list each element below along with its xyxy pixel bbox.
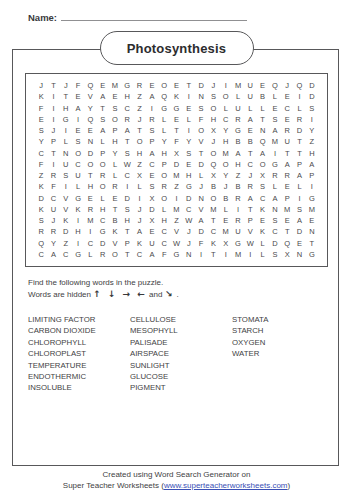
grid-cell: M xyxy=(220,148,232,159)
grid-cell: L xyxy=(269,181,281,192)
grid-cell: O xyxy=(84,159,96,170)
grid-cell: O xyxy=(207,193,219,204)
title-bubble: Photosynthesis xyxy=(100,31,254,65)
grid-cell: G xyxy=(232,125,244,136)
grid-cell: S xyxy=(293,204,305,215)
grid-cell: C xyxy=(207,226,219,237)
grid-cell: P xyxy=(146,136,158,147)
grid-cell: T xyxy=(306,238,318,249)
grid-cell: V xyxy=(170,226,182,237)
grid-cell: Z xyxy=(232,170,244,181)
grid-cell: D xyxy=(195,80,207,91)
grid-cell: J xyxy=(133,215,145,226)
grid-cell: T xyxy=(183,80,195,91)
grid-cell: T xyxy=(47,80,59,91)
grid-cell: L xyxy=(158,114,170,125)
grid-cell: L xyxy=(84,249,96,260)
grid-cell: D xyxy=(293,125,305,136)
word-item: AIRSPACE xyxy=(130,348,232,359)
footer-line2: Super Teacher Worksheets (www.superteach… xyxy=(0,480,353,491)
grid-cell: B xyxy=(207,181,219,192)
grid-cell: A xyxy=(244,193,256,204)
grid-cell: G xyxy=(170,103,182,114)
grid-cell: C xyxy=(281,103,293,114)
grid-cell: Q xyxy=(269,80,281,91)
grid-cell: K xyxy=(35,181,47,192)
grid-cell: M xyxy=(269,136,281,147)
grid-cell: S xyxy=(121,148,133,159)
grid-cell: Q xyxy=(84,114,96,125)
word-item: PALISADE xyxy=(130,337,232,348)
grid-cell: Z xyxy=(306,136,318,147)
grid-cell: P xyxy=(158,159,170,170)
grid-cell: N xyxy=(256,125,268,136)
grid-cell: I xyxy=(72,215,84,226)
grid-cell: Q xyxy=(256,136,268,147)
grid-cell: C xyxy=(60,249,72,260)
grid-cell: D xyxy=(97,238,109,249)
grid-cell: F xyxy=(195,238,207,249)
instructions-line1: Find the following words in the puzzle. xyxy=(28,277,179,289)
grid-cell: A xyxy=(121,125,133,136)
grid-cell: E xyxy=(146,226,158,237)
grid-cell: Q xyxy=(281,238,293,249)
grid-cell: N xyxy=(269,204,281,215)
grid-cell: L xyxy=(195,170,207,181)
grid-cell: I xyxy=(195,249,207,260)
grid-cell: I xyxy=(47,114,59,125)
grid-cell: V xyxy=(195,136,207,147)
grid-cell: I xyxy=(133,193,145,204)
grid-cell: L xyxy=(97,193,109,204)
grid-cell: C xyxy=(72,159,84,170)
grid-cell: L xyxy=(256,103,268,114)
grid-cell: H xyxy=(306,148,318,159)
grid-cell: Z xyxy=(170,215,182,226)
grid-cell: R xyxy=(281,170,293,181)
grid-cell: A xyxy=(146,148,158,159)
grid-cell: T xyxy=(170,125,182,136)
grid-cell: D xyxy=(306,91,318,102)
grid-cell: S xyxy=(72,136,84,147)
instructions: Find the following words in the puzzle. … xyxy=(28,277,179,300)
grid-cell: Q xyxy=(293,80,305,91)
grid-cell: K xyxy=(207,238,219,249)
grid-cell: U xyxy=(232,226,244,237)
grid-cell: V xyxy=(84,91,96,102)
grid-cell: L xyxy=(269,91,281,102)
grid-cell: H xyxy=(183,170,195,181)
grid-cell: H xyxy=(207,114,219,125)
grid-cell: U xyxy=(281,136,293,147)
grid-cell: E xyxy=(170,114,182,125)
grid-cell: T xyxy=(293,148,305,159)
grid-cell: B xyxy=(244,136,256,147)
grid-cell: D xyxy=(195,159,207,170)
grid-cell: A xyxy=(146,91,158,102)
grid-cell: B xyxy=(256,91,268,102)
grid-cell: O xyxy=(220,91,232,102)
grid-cell: Q xyxy=(207,159,219,170)
word-item: CHLOROPLAST xyxy=(28,348,130,359)
grid-cell: J xyxy=(244,170,256,181)
grid-cell: L xyxy=(220,204,232,215)
grid-cell: F xyxy=(35,103,47,114)
grid-cell: C xyxy=(146,159,158,170)
grid-cell: S xyxy=(146,125,158,136)
grid-cell: P xyxy=(47,136,59,147)
grid-cell: Y xyxy=(220,125,232,136)
grid-cell: F xyxy=(72,80,84,91)
grid-cell: L xyxy=(293,103,305,114)
grid-cell: G xyxy=(72,249,84,260)
grid-cell: N xyxy=(195,193,207,204)
grid-cell: P xyxy=(121,238,133,249)
grid-cell: K xyxy=(133,238,145,249)
footer-line1: Created using Word Search Generator on xyxy=(0,469,353,480)
grid-cell: D xyxy=(293,226,305,237)
grid-cell: G xyxy=(306,193,318,204)
grid-cell: L xyxy=(109,170,121,181)
grid-cell: A xyxy=(306,159,318,170)
grid-cell: E xyxy=(256,80,268,91)
grid-cell: Y xyxy=(35,136,47,147)
grid-cell: Z xyxy=(170,181,182,192)
grid-cell: I xyxy=(220,249,232,260)
grid-cell: J xyxy=(220,181,232,192)
grid-cell: X xyxy=(281,249,293,260)
grid-cell: M xyxy=(306,204,318,215)
grid-cell: T xyxy=(97,103,109,114)
grid-cell: E xyxy=(146,170,158,181)
instructions-line2: Words are hidden ↑ ↓ → ← and ↘ . xyxy=(28,289,179,301)
grid-cell: E xyxy=(281,91,293,102)
grid-cell: E xyxy=(183,159,195,170)
grid-cell: R xyxy=(244,181,256,192)
grid-cell: D xyxy=(183,193,195,204)
grid-cell: I xyxy=(146,103,158,114)
grid-cell: A xyxy=(269,125,281,136)
grid-cell: R xyxy=(121,114,133,125)
grid-cell: Q xyxy=(158,91,170,102)
grid-cell: R xyxy=(47,170,59,181)
grid-cell: G xyxy=(72,193,84,204)
grid-cell: H xyxy=(220,136,232,147)
grid-cell: A xyxy=(281,159,293,170)
grid-cell: C xyxy=(47,193,59,204)
grid-cell: K xyxy=(35,204,47,215)
grid-cell: E xyxy=(220,215,232,226)
grid-cell: D xyxy=(195,226,207,237)
grid-cell: Y xyxy=(158,136,170,147)
grid-cell: N xyxy=(183,249,195,260)
grid-cell: U xyxy=(60,159,72,170)
grid-cell: R xyxy=(97,170,109,181)
grid-cell: I xyxy=(244,249,256,260)
word-list: LIMITING FACTORCARBON DIOXIDECHLOROPHYLL… xyxy=(28,314,333,394)
grid-cell: I xyxy=(269,148,281,159)
word-item: GLUCOSE xyxy=(130,371,232,382)
footer-link[interactable]: www.superteacherworksheets.com xyxy=(164,481,288,490)
grid-cell: A xyxy=(97,91,109,102)
grid-cell: L xyxy=(133,181,145,192)
grid-cell: K xyxy=(109,226,121,237)
name-label: Name: xyxy=(28,12,57,23)
grid-cell: I xyxy=(60,181,72,192)
grid-cell: O xyxy=(207,103,219,114)
grid-cell: N xyxy=(84,136,96,147)
grid-cell: R xyxy=(35,226,47,237)
grid-cell: K xyxy=(60,215,72,226)
grid-cell: J xyxy=(207,80,219,91)
grid-cell: F xyxy=(170,136,182,147)
grid-cell: E xyxy=(269,103,281,114)
grid-cell: H xyxy=(121,215,133,226)
grid-cell: G xyxy=(306,249,318,260)
grid-cell: A xyxy=(293,170,305,181)
grid-cell: L xyxy=(256,249,268,260)
grid-cell: S xyxy=(35,215,47,226)
grid-cell: R xyxy=(158,181,170,192)
grid-cell: X xyxy=(133,170,145,181)
grid-cell: I xyxy=(72,114,84,125)
grid-cell: O xyxy=(220,159,232,170)
grid-cell: G xyxy=(60,114,72,125)
grid-cell: H xyxy=(158,148,170,159)
grid-cell: N xyxy=(60,148,72,159)
grid-cell: R xyxy=(293,114,305,125)
grid-cell: K xyxy=(35,91,47,102)
grid-cell: L xyxy=(232,91,244,102)
grid-cell: M xyxy=(281,204,293,215)
grid-cell: I xyxy=(306,181,318,192)
grid-cell: J xyxy=(281,80,293,91)
grid-cell: E xyxy=(84,193,96,204)
grid-cell: M xyxy=(109,80,121,91)
grid-cell: O xyxy=(158,170,170,181)
word-column: CELLULOSEMESOPHYLLPALISADEAIRSPACESUNLIG… xyxy=(130,314,232,394)
grid-cell: M xyxy=(232,249,244,260)
word-item: PIGMENT xyxy=(130,382,232,393)
grid-cell: A xyxy=(244,114,256,125)
grid-cell: O xyxy=(207,148,219,159)
grid-cell: L xyxy=(60,136,72,147)
diagonal-arrow-icon: ↘ xyxy=(165,289,175,299)
grid-cell: L xyxy=(97,136,109,147)
grid-cell: E xyxy=(244,125,256,136)
grid-cell: F xyxy=(158,249,170,260)
grid-cell: V xyxy=(60,204,72,215)
grid-cell: U xyxy=(244,80,256,91)
grid-cell: I xyxy=(121,181,133,192)
grid-cell: R xyxy=(269,170,281,181)
word-item: SUNLIGHT xyxy=(130,360,232,371)
grid-cell: E xyxy=(109,91,121,102)
grid-cell: P xyxy=(281,193,293,204)
grid-cell: I xyxy=(293,193,305,204)
grid-cell: M xyxy=(84,215,96,226)
grid-cell: E xyxy=(72,125,84,136)
grid-cell: H xyxy=(109,136,121,147)
grid-cell: N xyxy=(306,226,318,237)
grid-cell: L xyxy=(158,204,170,215)
grid-cell: O xyxy=(109,249,121,260)
grid-cell: K xyxy=(170,91,182,102)
grid-cell: S xyxy=(35,125,47,136)
grid-cell: T xyxy=(60,91,72,102)
grid-cell: D xyxy=(35,193,47,204)
word-item: INSOLUBLE xyxy=(28,382,130,393)
grid-cell: V xyxy=(244,226,256,237)
grid-cell: S xyxy=(121,204,133,215)
grid-cell: T xyxy=(47,148,59,159)
grid-cell: E xyxy=(281,215,293,226)
grid-cell: L xyxy=(72,181,84,192)
grid-cell: M xyxy=(232,80,244,91)
grid-cell: J xyxy=(183,226,195,237)
grid-cell: T xyxy=(133,125,145,136)
grid-cell: P xyxy=(306,170,318,181)
grid-cell: O xyxy=(109,114,121,125)
name-field: Name: xyxy=(28,11,247,23)
grid-cell: P xyxy=(244,215,256,226)
grid-cell: T xyxy=(207,249,219,260)
grid-cell: T xyxy=(281,148,293,159)
grid-cell: U xyxy=(47,204,59,215)
grid-cell: T xyxy=(121,226,133,237)
grid-cell: T xyxy=(121,249,133,260)
footer: Created using Word Search Generator on S… xyxy=(0,469,353,491)
grid-cell: T xyxy=(244,148,256,159)
grid-cell: G xyxy=(232,238,244,249)
grid-cell: A xyxy=(47,249,59,260)
grid-cell: T xyxy=(293,136,305,147)
grid-cell: Y xyxy=(47,238,59,249)
grid-cell: X xyxy=(207,125,219,136)
grid-cell: C xyxy=(121,170,133,181)
grid-cell: H xyxy=(232,159,244,170)
word-item: CARBON DIOXIDE xyxy=(28,325,130,336)
grid-cell: O xyxy=(97,181,109,192)
grid-cell: M xyxy=(207,204,219,215)
grid-cell: E xyxy=(306,215,318,226)
grid-cell: X xyxy=(220,238,232,249)
grid-cell: C xyxy=(84,238,96,249)
grid-cell: M xyxy=(170,204,182,215)
grid-cell: C xyxy=(158,226,170,237)
grid-cell: I xyxy=(220,80,232,91)
grid-cell: I xyxy=(47,103,59,114)
name-blank-line[interactable] xyxy=(61,11,247,21)
grid-cell: T xyxy=(281,226,293,237)
grid-cell: P xyxy=(97,148,109,159)
grid-cell: T xyxy=(109,204,121,215)
grid-cell: L xyxy=(158,125,170,136)
grid-cell: R xyxy=(84,204,96,215)
grid-cell: T xyxy=(256,114,268,125)
grid-cell: M xyxy=(220,226,232,237)
grid-cell: A xyxy=(133,226,145,237)
grid-cell: S xyxy=(109,103,121,114)
grid-cell: R xyxy=(146,114,158,125)
grid-cell: E xyxy=(256,215,268,226)
grid-cell: N xyxy=(195,91,207,102)
grid-cell: H xyxy=(133,148,145,159)
grid-cell: O xyxy=(72,148,84,159)
grid-cell: W xyxy=(244,238,256,249)
grid-cell: J xyxy=(47,215,59,226)
word-item: CELLULOSE xyxy=(130,314,232,325)
grid-cell: E xyxy=(281,114,293,125)
grid-cell: K xyxy=(256,204,268,215)
grid-cell: G xyxy=(183,181,195,192)
word-item: ENDOTHERMIC xyxy=(28,371,130,382)
word-item: LIMITING FACTOR xyxy=(28,314,130,325)
grid-cell: E xyxy=(183,103,195,114)
grid-cell: E xyxy=(293,238,305,249)
grid-cell: L xyxy=(256,238,268,249)
grid-cell: A xyxy=(256,148,268,159)
grid-cell: J xyxy=(35,80,47,91)
grid-cell: H xyxy=(72,226,84,237)
word-column: LIMITING FACTORCARBON DIOXIDECHLOROPHYLL… xyxy=(28,314,130,394)
word-item: TEMPERATURE xyxy=(28,360,130,371)
grid-cell: R xyxy=(281,125,293,136)
grid-cell: C xyxy=(183,204,195,215)
grid-cell: I xyxy=(72,238,84,249)
grid-cell: H xyxy=(97,204,109,215)
grid-cell: R xyxy=(97,249,109,260)
grid-cell: E xyxy=(72,91,84,102)
grid-cell: I xyxy=(306,114,318,125)
grid-cell: D xyxy=(84,148,96,159)
grid-cell: I xyxy=(47,159,59,170)
grid-cell: S xyxy=(306,103,318,114)
grid-cell: R xyxy=(133,80,145,91)
word-item: MESOPHYLL xyxy=(130,325,232,336)
grid-cell: C xyxy=(121,103,133,114)
grid-cell: I xyxy=(47,91,59,102)
grid-cell: O xyxy=(158,193,170,204)
grid-cell: S xyxy=(256,181,268,192)
grid-cell: F xyxy=(35,159,47,170)
grid-cell: T xyxy=(121,136,133,147)
grid-cell: U xyxy=(244,91,256,102)
grid-cell: L xyxy=(109,159,121,170)
grid-cell: O xyxy=(256,159,268,170)
grid-cell: E xyxy=(84,125,96,136)
grid-cell: G xyxy=(158,103,170,114)
word-item: STOMATA xyxy=(232,314,334,325)
grid-cell: O xyxy=(158,80,170,91)
page-title: Photosynthesis xyxy=(127,41,227,56)
grid-cell: T xyxy=(244,204,256,215)
grid-cell: Z xyxy=(133,159,145,170)
grid-cell: J xyxy=(47,125,59,136)
grid-cell: A xyxy=(232,148,244,159)
grid-cell: R xyxy=(232,114,244,125)
grid-cell: S xyxy=(183,148,195,159)
grid-cell: V xyxy=(109,238,121,249)
grid-cell: G xyxy=(121,80,133,91)
grid-cell: H xyxy=(158,215,170,226)
grid-cell: I xyxy=(293,91,305,102)
grid-cell: J xyxy=(133,114,145,125)
grid-cell: C xyxy=(158,238,170,249)
grid-cell: A xyxy=(269,193,281,204)
grid-cell: C xyxy=(133,249,145,260)
direction-arrows-icon: ↑ ↓ → ← xyxy=(93,289,147,299)
